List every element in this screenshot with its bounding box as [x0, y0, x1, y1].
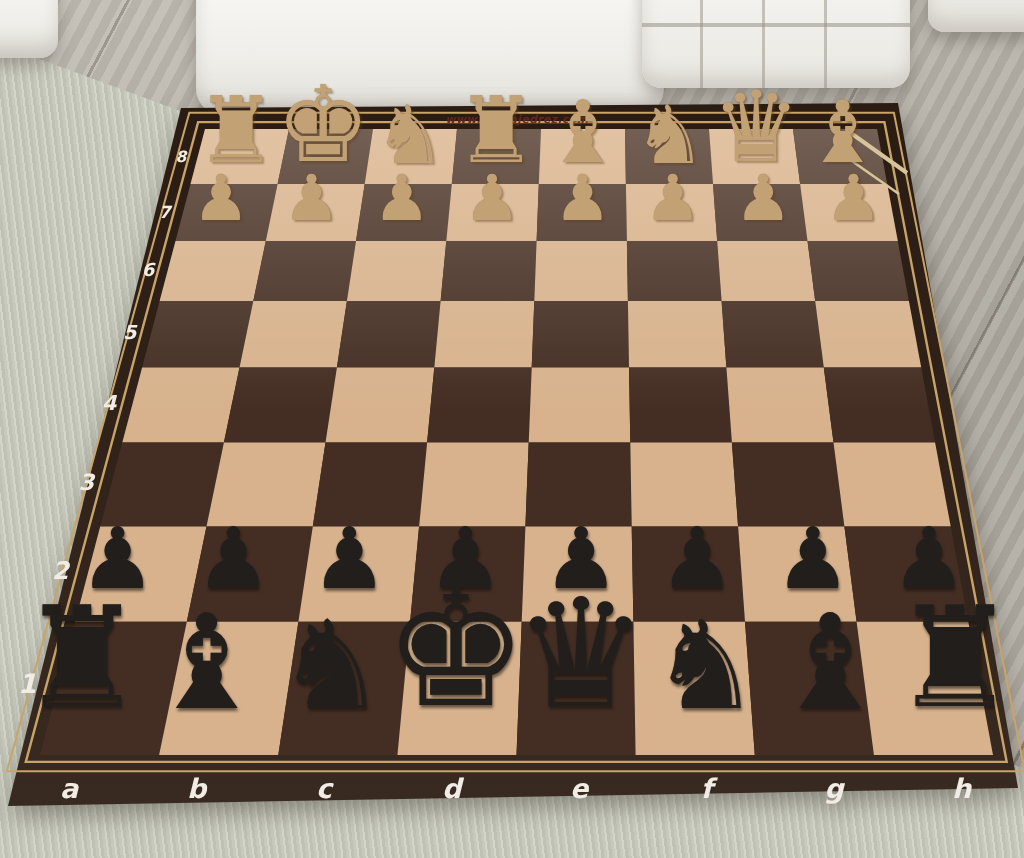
pieces-layer: ♜♚♞♜♝♞♛♝♟♟♟♟♟♟♟♟♟♟♟♟♟♟♟♟♜♝♞♚♛♞♝♜: [0, 0, 1024, 858]
white-pawn[interactable]: ♟: [454, 167, 530, 231]
white-pawn[interactable]: ♟: [816, 167, 892, 231]
photo-scene: www.ventajedrez.com 87654321abcdefgh ♜♚♞…: [0, 0, 1024, 858]
white-pawn[interactable]: ♟: [274, 167, 350, 231]
white-pawn[interactable]: ♟: [364, 167, 440, 231]
white-pawn[interactable]: ♟: [183, 167, 259, 231]
white-pawn[interactable]: ♟: [725, 167, 801, 231]
white-pawn[interactable]: ♟: [635, 167, 711, 231]
white-pawn[interactable]: ♟: [545, 167, 621, 231]
black-rook[interactable]: ♜: [871, 589, 1024, 729]
